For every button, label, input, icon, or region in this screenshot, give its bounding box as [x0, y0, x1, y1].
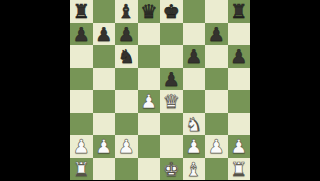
white-queen[interactable]: ♛ — [163, 90, 180, 112]
chess-board: ♜♝♛♚♜♟♟♟♟♞♟♟♟♟♛♞♟♟♟♟♟♟♜♚♝♜ — [70, 0, 250, 180]
white-king[interactable]: ♚ — [163, 158, 180, 180]
square-a1[interactable]: ♜ — [70, 158, 93, 181]
square-a5[interactable] — [70, 68, 93, 91]
square-a3[interactable] — [70, 113, 93, 136]
square-h4[interactable] — [228, 90, 251, 113]
square-d2[interactable] — [138, 135, 161, 158]
square-c8[interactable]: ♝ — [115, 0, 138, 23]
square-a7[interactable]: ♟ — [70, 23, 93, 46]
square-a2[interactable]: ♟ — [70, 135, 93, 158]
square-c5[interactable] — [115, 68, 138, 91]
square-e3[interactable] — [160, 113, 183, 136]
white-bishop[interactable]: ♝ — [185, 158, 202, 180]
chess-app-stage: ♜♝♛♚♜♟♟♟♟♞♟♟♟♟♛♞♟♟♟♟♟♟♜♚♝♜ — [0, 0, 320, 180]
white-pawn[interactable]: ♟ — [73, 135, 90, 157]
square-g2[interactable]: ♟ — [205, 135, 228, 158]
square-g4[interactable] — [205, 90, 228, 113]
square-f1[interactable]: ♝ — [183, 158, 206, 181]
white-pawn[interactable]: ♟ — [95, 135, 112, 157]
square-b6[interactable] — [93, 45, 116, 68]
white-pawn[interactable]: ♟ — [118, 135, 135, 157]
square-g1[interactable] — [205, 158, 228, 181]
square-h6[interactable]: ♟ — [228, 45, 251, 68]
black-queen[interactable]: ♛ — [140, 0, 157, 22]
white-rook[interactable]: ♜ — [230, 158, 247, 180]
square-a6[interactable] — [70, 45, 93, 68]
square-f4[interactable] — [183, 90, 206, 113]
black-bishop[interactable]: ♝ — [118, 0, 135, 22]
square-b3[interactable] — [93, 113, 116, 136]
square-d8[interactable]: ♛ — [138, 0, 161, 23]
square-d4[interactable]: ♟ — [138, 90, 161, 113]
square-f3[interactable]: ♞ — [183, 113, 206, 136]
square-b4[interactable] — [93, 90, 116, 113]
white-pawn[interactable]: ♟ — [185, 135, 202, 157]
square-h5[interactable] — [228, 68, 251, 91]
black-pawn[interactable]: ♟ — [118, 23, 135, 45]
square-b5[interactable] — [93, 68, 116, 91]
white-pawn[interactable]: ♟ — [230, 135, 247, 157]
square-d6[interactable] — [138, 45, 161, 68]
black-pawn[interactable]: ♟ — [73, 23, 90, 45]
square-b2[interactable]: ♟ — [93, 135, 116, 158]
black-pawn[interactable]: ♟ — [163, 68, 180, 90]
square-g8[interactable] — [205, 0, 228, 23]
square-c7[interactable]: ♟ — [115, 23, 138, 46]
square-f7[interactable] — [183, 23, 206, 46]
square-a8[interactable]: ♜ — [70, 0, 93, 23]
black-pawn[interactable]: ♟ — [95, 23, 112, 45]
black-knight[interactable]: ♞ — [118, 45, 135, 67]
square-c6[interactable]: ♞ — [115, 45, 138, 68]
square-f5[interactable] — [183, 68, 206, 91]
square-h1[interactable]: ♜ — [228, 158, 251, 181]
square-a4[interactable] — [70, 90, 93, 113]
square-e8[interactable]: ♚ — [160, 0, 183, 23]
black-pawn[interactable]: ♟ — [208, 23, 225, 45]
square-d3[interactable] — [138, 113, 161, 136]
square-d5[interactable] — [138, 68, 161, 91]
black-pawn[interactable]: ♟ — [185, 45, 202, 67]
square-f6[interactable]: ♟ — [183, 45, 206, 68]
square-d1[interactable] — [138, 158, 161, 181]
white-pawn[interactable]: ♟ — [208, 135, 225, 157]
square-e4[interactable]: ♛ — [160, 90, 183, 113]
square-g7[interactable]: ♟ — [205, 23, 228, 46]
white-knight[interactable]: ♞ — [185, 113, 202, 135]
square-c1[interactable] — [115, 158, 138, 181]
square-e5[interactable]: ♟ — [160, 68, 183, 91]
square-h3[interactable] — [228, 113, 251, 136]
square-h8[interactable]: ♜ — [228, 0, 251, 23]
square-c4[interactable] — [115, 90, 138, 113]
square-b8[interactable] — [93, 0, 116, 23]
square-h7[interactable] — [228, 23, 251, 46]
black-rook[interactable]: ♜ — [73, 0, 90, 22]
square-b1[interactable] — [93, 158, 116, 181]
square-e6[interactable] — [160, 45, 183, 68]
square-f2[interactable]: ♟ — [183, 135, 206, 158]
black-pawn[interactable]: ♟ — [230, 45, 247, 67]
square-e2[interactable] — [160, 135, 183, 158]
square-e7[interactable] — [160, 23, 183, 46]
square-g6[interactable] — [205, 45, 228, 68]
square-e1[interactable]: ♚ — [160, 158, 183, 181]
square-c2[interactable]: ♟ — [115, 135, 138, 158]
black-rook[interactable]: ♜ — [230, 0, 247, 22]
square-c3[interactable] — [115, 113, 138, 136]
white-rook[interactable]: ♜ — [73, 158, 90, 180]
square-g3[interactable] — [205, 113, 228, 136]
white-pawn[interactable]: ♟ — [140, 90, 157, 112]
square-g5[interactable] — [205, 68, 228, 91]
square-f8[interactable] — [183, 0, 206, 23]
square-b7[interactable]: ♟ — [93, 23, 116, 46]
square-h2[interactable]: ♟ — [228, 135, 251, 158]
black-king[interactable]: ♚ — [163, 0, 180, 22]
square-d7[interactable] — [138, 23, 161, 46]
